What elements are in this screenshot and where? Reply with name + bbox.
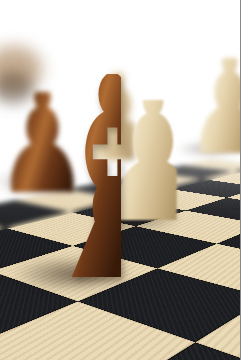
board-square-a7: [150, 165, 233, 179]
board-square-b2: [0, 228, 73, 271]
board-square-c1: [0, 271, 78, 347]
board-square-c3: [73, 226, 217, 268]
white-pawn-right-piece: ♟: [172, 58, 240, 153]
black-pawn-glyph: ♟: [0, 92, 76, 192]
board-square-a7: [150, 165, 233, 179]
board-square-a3: [0, 200, 70, 228]
white-pawn-back-piece: ♟: [66, 72, 146, 162]
board-square-b3: [5, 212, 135, 246]
chess-photo-scene: ♟ ♟ ♟ ♟ ♝: [0, 0, 240, 360]
board-square-d3: [157, 244, 240, 298]
board-square-a2: [0, 213, 5, 248]
board-square-b3: [5, 212, 135, 246]
board-square-c4: [136, 211, 240, 244]
black-pawn-shadow: [0, 170, 80, 194]
black-pawn-piece: ♟: [0, 92, 92, 192]
board-square-e2: [195, 298, 240, 360]
board-square-b4: [70, 199, 186, 226]
board-square-b8: [233, 164, 240, 178]
white-pawn-right-shadow: [176, 140, 240, 158]
board-square-c6: [227, 187, 240, 209]
board-square-b2: [0, 228, 73, 271]
board-square-a8: [183, 159, 240, 171]
board-square-d4: [217, 225, 240, 266]
black-bishop-shadow: [12, 256, 134, 292]
board-square-a3: [0, 200, 70, 228]
board-square-d3: [157, 244, 240, 298]
board-square-a8: [183, 159, 240, 171]
board-square-c4: [136, 211, 240, 244]
board-square-b7: [202, 171, 240, 187]
board-square-c6: [227, 187, 240, 209]
board-square-b5: [122, 188, 227, 210]
board-square-b4: [70, 199, 186, 226]
board-square-c3: [73, 226, 217, 268]
board-square-d2: [78, 268, 240, 342]
white-pawn-front-shadow: [92, 206, 182, 232]
board-square-b8: [233, 164, 240, 178]
board-square-c2: [0, 246, 157, 302]
white-pawn-glyph: ♟: [78, 72, 134, 162]
board-square-b6: [165, 179, 240, 198]
board-square-e1: [88, 342, 240, 360]
board-square-a6: [112, 172, 202, 188]
board-square-a2: [0, 213, 5, 248]
board-square-c2: [0, 246, 157, 302]
board-square-a4: [15, 189, 122, 212]
board-square-e1: [88, 342, 240, 360]
board-square-a4: [15, 189, 122, 212]
black-bishop-glyph: ♝: [35, 74, 122, 286]
white-pawn-glyph: ♟: [186, 58, 241, 153]
distant-blur-blob: [0, 72, 34, 104]
white-pawn-front-piece: ♟: [76, 100, 196, 220]
board-square-e2: [195, 298, 240, 360]
board-square-c5: [186, 198, 240, 225]
board-square-b5: [122, 188, 227, 210]
board-square-b6: [165, 179, 240, 198]
board-square-d4: [217, 225, 240, 266]
chess-board: [0, 159, 240, 360]
board-square-d1: [0, 301, 195, 360]
board-square-c5: [186, 198, 240, 225]
board-square-a5: [67, 180, 165, 199]
white-pawn-glyph: ♟: [95, 100, 177, 220]
black-bishop-piece: ♝: [8, 74, 148, 286]
board-square-a5: [67, 180, 165, 199]
board-square-b7: [202, 171, 240, 187]
board-square-c1: [0, 271, 78, 347]
board-square-a6: [112, 172, 202, 188]
board-square-d2: [78, 268, 240, 342]
board-square-d1: [0, 301, 195, 360]
chess-board: [0, 159, 240, 360]
